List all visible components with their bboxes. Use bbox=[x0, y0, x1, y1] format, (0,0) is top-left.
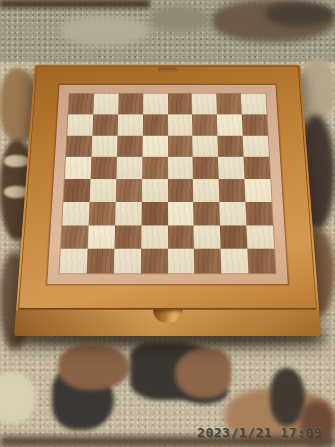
square bbox=[168, 249, 195, 273]
square bbox=[220, 225, 247, 249]
square bbox=[193, 179, 219, 202]
square bbox=[118, 94, 143, 115]
square bbox=[246, 202, 273, 225]
square bbox=[117, 114, 142, 135]
square bbox=[117, 135, 143, 157]
square bbox=[244, 157, 271, 179]
square bbox=[89, 202, 116, 225]
square bbox=[218, 157, 244, 179]
square bbox=[90, 157, 116, 179]
square bbox=[245, 179, 272, 202]
square bbox=[168, 94, 193, 115]
square bbox=[142, 114, 167, 135]
square bbox=[193, 135, 219, 157]
square bbox=[168, 179, 194, 202]
square bbox=[216, 94, 241, 115]
lid-notch bbox=[157, 68, 178, 72]
chess-box bbox=[14, 65, 321, 336]
square bbox=[140, 249, 167, 273]
carpet-motif bbox=[58, 344, 130, 390]
square bbox=[194, 202, 221, 225]
square bbox=[116, 157, 142, 179]
square bbox=[141, 179, 167, 202]
square bbox=[115, 202, 142, 225]
carpet-motif bbox=[60, 16, 150, 46]
square bbox=[67, 114, 93, 135]
square bbox=[168, 202, 194, 225]
square bbox=[246, 225, 274, 249]
carpet-motif bbox=[150, 6, 210, 32]
square bbox=[66, 135, 92, 157]
square bbox=[243, 135, 269, 157]
square bbox=[220, 202, 247, 225]
square bbox=[113, 249, 140, 273]
carpet-motif bbox=[0, 372, 36, 424]
square bbox=[193, 157, 219, 179]
square bbox=[92, 114, 118, 135]
square bbox=[168, 225, 195, 249]
square bbox=[218, 135, 244, 157]
carpet-motif bbox=[265, 2, 335, 26]
square bbox=[219, 179, 246, 202]
square bbox=[217, 114, 243, 135]
square bbox=[247, 249, 275, 273]
square bbox=[192, 114, 217, 135]
square bbox=[142, 135, 167, 157]
square bbox=[143, 94, 168, 115]
square bbox=[141, 202, 167, 225]
square bbox=[168, 157, 194, 179]
carpet-motif bbox=[0, 0, 150, 8]
square bbox=[115, 179, 141, 202]
photo: 2023/1/21 17:09 bbox=[0, 0, 335, 447]
square bbox=[86, 249, 114, 273]
square bbox=[168, 135, 193, 157]
square bbox=[168, 114, 193, 135]
timestamp: 2023/1/21 17:09 bbox=[197, 425, 322, 440]
square bbox=[242, 114, 268, 135]
square bbox=[221, 249, 249, 273]
board-border bbox=[47, 85, 288, 284]
square bbox=[68, 94, 94, 115]
carpet-motif bbox=[175, 348, 231, 398]
square bbox=[63, 179, 90, 202]
square bbox=[241, 94, 267, 115]
square bbox=[192, 94, 217, 115]
square bbox=[114, 225, 141, 249]
square bbox=[89, 179, 116, 202]
square bbox=[93, 94, 118, 115]
square bbox=[194, 249, 221, 273]
chess-board bbox=[59, 94, 275, 274]
square bbox=[91, 135, 117, 157]
square bbox=[59, 249, 87, 273]
square bbox=[61, 225, 89, 249]
square bbox=[141, 225, 168, 249]
square bbox=[142, 157, 168, 179]
square bbox=[65, 157, 92, 179]
square bbox=[194, 225, 221, 249]
square bbox=[62, 202, 89, 225]
square bbox=[88, 225, 115, 249]
carpet-motif bbox=[302, 58, 335, 120]
box-lid bbox=[18, 66, 317, 310]
